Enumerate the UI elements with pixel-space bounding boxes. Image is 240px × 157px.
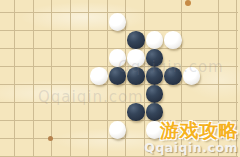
black-stone <box>146 49 164 67</box>
board-star-dot <box>48 136 53 141</box>
white-stone <box>127 49 145 67</box>
black-stone <box>127 67 145 85</box>
white-stone <box>164 31 182 49</box>
white-stone <box>183 67 201 85</box>
watermark-url: Qqaiqin.com <box>144 142 238 155</box>
black-stone <box>146 67 164 85</box>
black-stone <box>127 31 145 49</box>
gomoku-board: Qqaiqin.com Qqaiqin.com 游戏攻略 Qqaiqin.com <box>0 0 240 157</box>
watermark-title: 游戏攻略 <box>144 121 238 140</box>
black-stone <box>164 67 182 85</box>
black-stone <box>127 103 145 121</box>
black-stone <box>109 67 127 85</box>
white-stone <box>109 49 127 67</box>
white-stone <box>146 31 164 49</box>
white-stone <box>109 121 127 139</box>
board-star-dot <box>185 0 191 6</box>
white-stone <box>109 13 127 31</box>
site-watermark: 游戏攻略 Qqaiqin.com <box>144 121 238 155</box>
screenshot-root: { "game": "gomoku", "board": { "grid_col… <box>0 0 240 157</box>
white-stone <box>90 67 108 85</box>
black-stone <box>146 85 164 103</box>
